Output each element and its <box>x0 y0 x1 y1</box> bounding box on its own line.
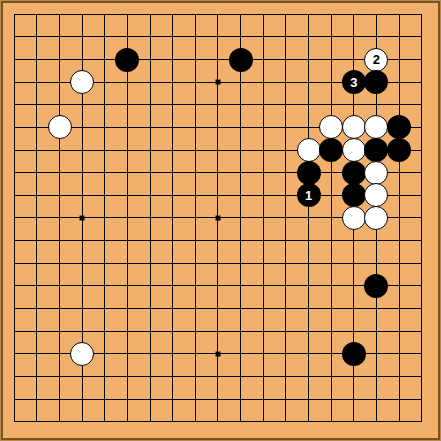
intersection-c18-r1 <box>388 3 411 26</box>
intersection-c1-r8 <box>3 161 26 184</box>
intersection-c19-r17 <box>410 365 433 388</box>
intersection-c16-r4: 3 <box>342 71 365 94</box>
intersection-c2-r19 <box>26 410 49 433</box>
intersection-c16-r7 <box>342 139 365 162</box>
intersection-c19-r2 <box>410 26 433 49</box>
intersection-c19-r6 <box>410 116 433 139</box>
intersection-c7-r3 <box>139 48 162 71</box>
intersection-c14-r16 <box>297 342 320 365</box>
intersection-c6-r6 <box>116 116 139 139</box>
move-number-label: 3 <box>350 76 357 89</box>
intersection-c2-r13 <box>26 275 49 298</box>
intersection-c15-r19 <box>320 410 343 433</box>
intersection-c12-r5 <box>252 94 275 117</box>
intersection-c2-r8 <box>26 161 49 184</box>
intersection-c14-r18 <box>297 388 320 411</box>
intersection-c5-r5 <box>94 94 117 117</box>
black-stone <box>115 48 139 72</box>
intersection-c6-r5 <box>116 94 139 117</box>
intersection-c15-r13 <box>320 275 343 298</box>
intersection-c11-r14 <box>229 297 252 320</box>
intersection-c14-r7 <box>297 139 320 162</box>
intersection-c7-r7 <box>139 139 162 162</box>
go-board-background: 231 <box>3 3 438 438</box>
white-stone <box>297 138 321 162</box>
intersection-c13-r11 <box>275 229 298 252</box>
intersection-c3-r8 <box>48 161 71 184</box>
intersection-c1-r15 <box>3 320 26 343</box>
white-stone <box>364 206 388 230</box>
intersection-c18-r6 <box>388 116 411 139</box>
intersection-c18-r15 <box>388 320 411 343</box>
intersection-c14-r6 <box>297 116 320 139</box>
intersection-c8-r15 <box>161 320 184 343</box>
intersection-c10-r12 <box>207 252 230 275</box>
intersection-c1-r2 <box>3 26 26 49</box>
intersection-c8-r16 <box>161 342 184 365</box>
intersection-c19-r16 <box>410 342 433 365</box>
intersection-c19-r15 <box>410 320 433 343</box>
intersection-c10-r18 <box>207 388 230 411</box>
black-stone <box>364 274 388 298</box>
intersection-c5-r18 <box>94 388 117 411</box>
intersection-c17-r3: 2 <box>365 48 388 71</box>
intersection-c6-r4 <box>116 71 139 94</box>
intersection-c6-r17 <box>116 365 139 388</box>
intersection-c5-r3 <box>94 48 117 71</box>
intersection-c10-r11 <box>207 229 230 252</box>
move-number-label: 2 <box>373 53 380 66</box>
intersection-c4-r12 <box>71 252 94 275</box>
intersection-c9-r2 <box>184 26 207 49</box>
intersection-c18-r2 <box>388 26 411 49</box>
intersection-c17-r6 <box>365 116 388 139</box>
intersection-c10-r2 <box>207 26 230 49</box>
intersection-c4-r1 <box>71 3 94 26</box>
intersection-c7-r19 <box>139 410 162 433</box>
intersection-c18-r14 <box>388 297 411 320</box>
intersection-c6-r7 <box>116 139 139 162</box>
intersection-c5-r2 <box>94 26 117 49</box>
intersection-c4-r17 <box>71 365 94 388</box>
intersection-c3-r1 <box>48 3 71 26</box>
intersection-c3-r14 <box>48 297 71 320</box>
intersection-c17-r9 <box>365 184 388 207</box>
intersection-c15-r3 <box>320 48 343 71</box>
intersection-c2-r6 <box>26 116 49 139</box>
intersection-c17-r19 <box>365 410 388 433</box>
intersection-c15-r17 <box>320 365 343 388</box>
intersection-c9-r6 <box>184 116 207 139</box>
intersection-c2-r12 <box>26 252 49 275</box>
intersection-c12-r16 <box>252 342 275 365</box>
intersection-c1-r11 <box>3 229 26 252</box>
intersection-c7-r12 <box>139 252 162 275</box>
intersection-c15-r1 <box>320 3 343 26</box>
intersection-c2-r3 <box>26 48 49 71</box>
intersection-c17-r11 <box>365 229 388 252</box>
intersection-c15-r5 <box>320 94 343 117</box>
intersection-c12-r8 <box>252 161 275 184</box>
intersection-c1-r19 <box>3 410 26 433</box>
intersection-c2-r15 <box>26 320 49 343</box>
intersection-c13-r8 <box>275 161 298 184</box>
intersection-c10-r14 <box>207 297 230 320</box>
intersection-c19-r11 <box>410 229 433 252</box>
intersection-c10-r19 <box>207 410 230 433</box>
intersection-c14-r11 <box>297 229 320 252</box>
intersection-c6-r11 <box>116 229 139 252</box>
intersection-c18-r3 <box>388 48 411 71</box>
intersection-c7-r11 <box>139 229 162 252</box>
intersection-c2-r17 <box>26 365 49 388</box>
intersection-c3-r13 <box>48 275 71 298</box>
intersection-c9-r7 <box>184 139 207 162</box>
intersection-c7-r14 <box>139 297 162 320</box>
intersection-c12-r3 <box>252 48 275 71</box>
intersection-c11-r15 <box>229 320 252 343</box>
intersection-c6-r9 <box>116 184 139 207</box>
intersection-c17-r14 <box>365 297 388 320</box>
intersection-c6-r8 <box>116 161 139 184</box>
intersection-c18-r10 <box>388 207 411 230</box>
intersection-c11-r9 <box>229 184 252 207</box>
intersection-c3-r12 <box>48 252 71 275</box>
white-stone <box>364 115 388 139</box>
intersection-c3-r4 <box>48 71 71 94</box>
black-stone <box>364 138 388 162</box>
intersection-c2-r11 <box>26 229 49 252</box>
intersection-c8-r14 <box>161 297 184 320</box>
intersection-c8-r12 <box>161 252 184 275</box>
intersection-c1-r16 <box>3 342 26 365</box>
intersection-c8-r19 <box>161 410 184 433</box>
intersection-c10-r1 <box>207 3 230 26</box>
intersection-c14-r1 <box>297 3 320 26</box>
intersection-c19-r8 <box>410 161 433 184</box>
intersection-c9-r14 <box>184 297 207 320</box>
intersection-c18-r17 <box>388 365 411 388</box>
intersection-c4-r9 <box>71 184 94 207</box>
intersection-c6-r1 <box>116 3 139 26</box>
intersection-c7-r6 <box>139 116 162 139</box>
intersection-c5-r4 <box>94 71 117 94</box>
intersection-c16-r15 <box>342 320 365 343</box>
white-stone <box>48 115 72 139</box>
intersection-c14-r13 <box>297 275 320 298</box>
black-stone <box>319 138 343 162</box>
intersection-c14-r9: 1 <box>297 184 320 207</box>
intersection-c16-r14 <box>342 297 365 320</box>
intersection-c11-r16 <box>229 342 252 365</box>
intersection-c8-r17 <box>161 365 184 388</box>
intersection-c2-r4 <box>26 71 49 94</box>
intersection-c13-r6 <box>275 116 298 139</box>
intersection-c11-r7 <box>229 139 252 162</box>
intersection-c2-r16 <box>26 342 49 365</box>
intersection-c15-r7 <box>320 139 343 162</box>
intersection-c15-r14 <box>320 297 343 320</box>
intersection-c3-r2 <box>48 26 71 49</box>
intersection-c1-r1 <box>3 3 26 26</box>
intersection-c9-r11 <box>184 229 207 252</box>
intersection-c13-r15 <box>275 320 298 343</box>
intersection-c3-r3 <box>48 48 71 71</box>
intersection-c11-r2 <box>229 26 252 49</box>
intersection-c15-r8 <box>320 161 343 184</box>
black-stone <box>387 115 411 139</box>
white-stone <box>342 138 366 162</box>
intersection-c9-r18 <box>184 388 207 411</box>
black-stone <box>297 161 321 185</box>
intersection-c13-r1 <box>275 3 298 26</box>
intersection-c17-r12 <box>365 252 388 275</box>
intersection-c3-r17 <box>48 365 71 388</box>
intersection-c13-r16 <box>275 342 298 365</box>
black-stone: 3 <box>342 70 366 94</box>
intersection-c13-r14 <box>275 297 298 320</box>
intersection-c10-r5 <box>207 94 230 117</box>
intersection-c12-r4 <box>252 71 275 94</box>
intersection-c8-r2 <box>161 26 184 49</box>
intersection-c1-r14 <box>3 297 26 320</box>
intersection-c17-r15 <box>365 320 388 343</box>
intersection-c5-r17 <box>94 365 117 388</box>
intersection-c16-r6 <box>342 116 365 139</box>
intersection-c16-r1 <box>342 3 365 26</box>
intersection-c19-r9 <box>410 184 433 207</box>
intersection-c13-r5 <box>275 94 298 117</box>
intersection-c17-r8 <box>365 161 388 184</box>
intersection-c12-r6 <box>252 116 275 139</box>
intersection-c14-r19 <box>297 410 320 433</box>
intersection-c11-r17 <box>229 365 252 388</box>
white-stone <box>364 161 388 185</box>
intersection-c9-r3 <box>184 48 207 71</box>
intersection-c10-r4 <box>207 71 230 94</box>
intersection-c8-r8 <box>161 161 184 184</box>
intersection-c9-r19 <box>184 410 207 433</box>
intersection-c6-r2 <box>116 26 139 49</box>
intersection-c7-r4 <box>139 71 162 94</box>
intersection-c1-r18 <box>3 388 26 411</box>
intersection-c13-r7 <box>275 139 298 162</box>
intersection-c19-r19 <box>410 410 433 433</box>
intersection-c17-r2 <box>365 26 388 49</box>
intersection-c9-r12 <box>184 252 207 275</box>
intersection-c16-r8 <box>342 161 365 184</box>
intersection-c13-r10 <box>275 207 298 230</box>
intersection-c4-r3 <box>71 48 94 71</box>
intersection-c14-r8 <box>297 161 320 184</box>
white-stone <box>342 115 366 139</box>
intersection-c13-r17 <box>275 365 298 388</box>
black-stone: 1 <box>297 183 321 207</box>
intersection-c6-r10 <box>116 207 139 230</box>
go-board-grid: 231 <box>3 3 433 433</box>
intersection-c19-r13 <box>410 275 433 298</box>
intersection-c7-r1 <box>139 3 162 26</box>
black-stone <box>342 342 366 366</box>
star-point <box>215 80 220 85</box>
intersection-c12-r12 <box>252 252 275 275</box>
intersection-c16-r2 <box>342 26 365 49</box>
intersection-c4-r11 <box>71 229 94 252</box>
intersection-c17-r4 <box>365 71 388 94</box>
intersection-c17-r17 <box>365 365 388 388</box>
intersection-c19-r10 <box>410 207 433 230</box>
intersection-c1-r17 <box>3 365 26 388</box>
intersection-c12-r18 <box>252 388 275 411</box>
intersection-c19-r18 <box>410 388 433 411</box>
intersection-c9-r10 <box>184 207 207 230</box>
intersection-c19-r1 <box>410 3 433 26</box>
intersection-c16-r11 <box>342 229 365 252</box>
star-point <box>80 215 85 220</box>
intersection-c7-r16 <box>139 342 162 365</box>
intersection-c9-r4 <box>184 71 207 94</box>
star-point <box>215 215 220 220</box>
intersection-c7-r13 <box>139 275 162 298</box>
intersection-c11-r13 <box>229 275 252 298</box>
intersection-c19-r14 <box>410 297 433 320</box>
intersection-c18-r8 <box>388 161 411 184</box>
intersection-c13-r18 <box>275 388 298 411</box>
intersection-c2-r9 <box>26 184 49 207</box>
intersection-c13-r3 <box>275 48 298 71</box>
intersection-c8-r1 <box>161 3 184 26</box>
intersection-c14-r12 <box>297 252 320 275</box>
intersection-c2-r14 <box>26 297 49 320</box>
intersection-c11-r8 <box>229 161 252 184</box>
intersection-c14-r3 <box>297 48 320 71</box>
intersection-c5-r16 <box>94 342 117 365</box>
intersection-c15-r9 <box>320 184 343 207</box>
intersection-c5-r14 <box>94 297 117 320</box>
intersection-c11-r18 <box>229 388 252 411</box>
intersection-c4-r5 <box>71 94 94 117</box>
intersection-c2-r10 <box>26 207 49 230</box>
intersection-c8-r18 <box>161 388 184 411</box>
intersection-c4-r15 <box>71 320 94 343</box>
intersection-c18-r16 <box>388 342 411 365</box>
intersection-c15-r6 <box>320 116 343 139</box>
intersection-c18-r18 <box>388 388 411 411</box>
intersection-c17-r1 <box>365 3 388 26</box>
black-stone <box>229 48 253 72</box>
intersection-c6-r15 <box>116 320 139 343</box>
intersection-c9-r16 <box>184 342 207 365</box>
intersection-c17-r18 <box>365 388 388 411</box>
intersection-c19-r12 <box>410 252 433 275</box>
intersection-c9-r9 <box>184 184 207 207</box>
intersection-c17-r13 <box>365 275 388 298</box>
intersection-c1-r7 <box>3 139 26 162</box>
intersection-c11-r6 <box>229 116 252 139</box>
intersection-c18-r11 <box>388 229 411 252</box>
intersection-c14-r2 <box>297 26 320 49</box>
intersection-c9-r8 <box>184 161 207 184</box>
star-point <box>215 351 220 356</box>
intersection-c3-r10 <box>48 207 71 230</box>
intersection-c18-r7 <box>388 139 411 162</box>
intersection-c14-r4 <box>297 71 320 94</box>
intersection-c4-r2 <box>71 26 94 49</box>
intersection-c8-r9 <box>161 184 184 207</box>
intersection-c5-r12 <box>94 252 117 275</box>
intersection-c6-r3 <box>116 48 139 71</box>
move-number-label: 1 <box>305 189 312 202</box>
black-stone <box>387 138 411 162</box>
intersection-c8-r3 <box>161 48 184 71</box>
intersection-c1-r4 <box>3 71 26 94</box>
intersection-c11-r3 <box>229 48 252 71</box>
intersection-c17-r5 <box>365 94 388 117</box>
white-stone: 2 <box>364 48 388 72</box>
intersection-c14-r5 <box>297 94 320 117</box>
intersection-c11-r11 <box>229 229 252 252</box>
intersection-c8-r7 <box>161 139 184 162</box>
intersection-c15-r18 <box>320 388 343 411</box>
intersection-c15-r4 <box>320 71 343 94</box>
intersection-c1-r12 <box>3 252 26 275</box>
intersection-c16-r12 <box>342 252 365 275</box>
intersection-c12-r17 <box>252 365 275 388</box>
intersection-c5-r6 <box>94 116 117 139</box>
intersection-c12-r7 <box>252 139 275 162</box>
intersection-c2-r5 <box>26 94 49 117</box>
intersection-c13-r19 <box>275 410 298 433</box>
intersection-c1-r6 <box>3 116 26 139</box>
intersection-c7-r2 <box>139 26 162 49</box>
intersection-c12-r13 <box>252 275 275 298</box>
intersection-c10-r15 <box>207 320 230 343</box>
intersection-c15-r12 <box>320 252 343 275</box>
intersection-c4-r10 <box>71 207 94 230</box>
intersection-c4-r18 <box>71 388 94 411</box>
intersection-c19-r7 <box>410 139 433 162</box>
intersection-c6-r16 <box>116 342 139 365</box>
intersection-c1-r13 <box>3 275 26 298</box>
intersection-c11-r19 <box>229 410 252 433</box>
intersection-c4-r16 <box>71 342 94 365</box>
intersection-c17-r7 <box>365 139 388 162</box>
intersection-c7-r10 <box>139 207 162 230</box>
intersection-c12-r10 <box>252 207 275 230</box>
white-stone <box>319 115 343 139</box>
black-stone <box>342 161 366 185</box>
intersection-c1-r9 <box>3 184 26 207</box>
intersection-c11-r5 <box>229 94 252 117</box>
intersection-c6-r14 <box>116 297 139 320</box>
black-stone <box>364 70 388 94</box>
intersection-c11-r10 <box>229 207 252 230</box>
intersection-c18-r4 <box>388 71 411 94</box>
intersection-c10-r3 <box>207 48 230 71</box>
intersection-c2-r2 <box>26 26 49 49</box>
intersection-c10-r17 <box>207 365 230 388</box>
intersection-c7-r9 <box>139 184 162 207</box>
intersection-c1-r3 <box>3 48 26 71</box>
intersection-c5-r1 <box>94 3 117 26</box>
intersection-c5-r9 <box>94 184 117 207</box>
intersection-c16-r13 <box>342 275 365 298</box>
intersection-c19-r4 <box>410 71 433 94</box>
intersection-c3-r11 <box>48 229 71 252</box>
intersection-c10-r13 <box>207 275 230 298</box>
intersection-c13-r2 <box>275 26 298 49</box>
intersection-c5-r8 <box>94 161 117 184</box>
